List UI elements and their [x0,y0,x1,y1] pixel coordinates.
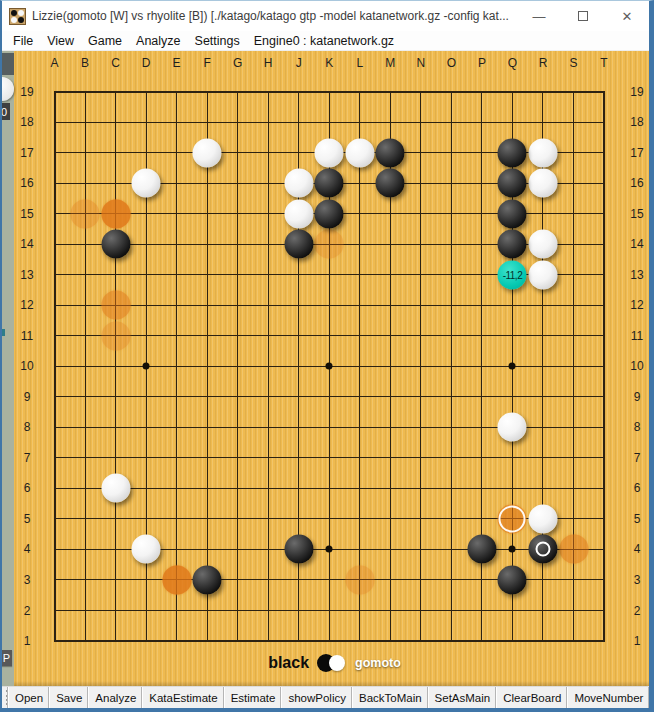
toolbar-button-clearboard[interactable]: ClearBoard [496,687,567,708]
board-area: 0 P ABCDEFGHJKLMNOPQRST19191818171716161… [2,51,649,686]
menu-bar: FileViewGameAnalyzeSettingsEngine0 : kat… [2,31,649,51]
coord-letter-top: R [539,56,548,70]
grid-hline [54,457,606,458]
app-window: Lizzie(gomoto [W] vs rhyolite [B]) [./ka… [0,0,654,712]
toolbar-button-analyze[interactable]: Analyze [88,687,142,708]
coord-letter-top: P [478,56,486,70]
candidate-hover-ring [499,505,526,532]
coord-letter-top: J [296,56,302,70]
coord-number-left: 1 [24,634,31,648]
menu-item-file[interactable]: File [6,34,40,48]
coord-number-left: 19 [20,85,33,99]
coord-letter-top: H [264,56,273,70]
white-stone[interactable] [101,474,130,503]
coord-number-left: 8 [24,420,31,434]
black-stone[interactable] [193,565,222,594]
star-point [326,363,333,370]
coord-number-right: 15 [630,207,643,221]
side-panel-fragment2 [2,329,5,336]
close-button[interactable]: ✕ [605,1,649,31]
coord-number-right: 17 [630,146,643,160]
menu-item-settings[interactable]: Settings [188,34,247,48]
candidate-move-circle[interactable] [101,321,130,350]
coord-letter-top: G [233,56,242,70]
black-stone[interactable] [284,230,313,259]
black-stone[interactable] [376,138,405,167]
app-icon [9,8,26,25]
black-stone[interactable] [498,138,527,167]
candidate-move-circle[interactable] [559,535,588,564]
coord-number-right: 10 [630,359,643,373]
coord-number-left: 18 [20,115,33,129]
toolbar-button-showpolicy[interactable]: showPolicy [281,687,352,708]
white-stone-icon [329,655,345,671]
last-move-marker [535,542,550,557]
black-stone[interactable] [284,535,313,564]
capture-count: 0 [2,103,10,120]
maximize-button[interactable] [561,1,605,31]
coord-letter-top: T [600,56,607,70]
player-toggle[interactable] [317,654,347,672]
coord-number-left: 2 [24,604,31,618]
coord-number-right: 12 [630,298,643,312]
grid-vline [420,91,421,643]
black-stone[interactable] [498,199,527,228]
coord-number-left: 15 [20,207,33,221]
coord-letter-top: K [325,56,333,70]
window-title: Lizzie(gomoto [W] vs rhyolite [B]) [./ka… [32,9,517,23]
coord-number-left: 9 [24,390,31,404]
candidate-move-circle[interactable] [71,199,100,228]
grid-hline [54,610,606,611]
white-stone[interactable] [132,169,161,198]
coord-number-left: 3 [24,573,31,587]
coord-letter-top: B [81,56,89,70]
black-stone[interactable] [315,169,344,198]
white-stone[interactable] [528,504,557,533]
side-panel-strip [2,51,14,686]
black-stone[interactable] [498,565,527,594]
toolbar-button-kataestimate[interactable]: KataEstimate [142,687,223,708]
black-stone[interactable] [315,199,344,228]
white-stone[interactable] [345,138,374,167]
white-stone[interactable] [528,169,557,198]
engine-name-label: gomoto [355,656,401,670]
grid-hline [54,396,606,397]
coord-letter-top: O [447,56,456,70]
to-move-label: black [268,654,309,672]
star-point [326,546,333,553]
coord-number-left: 12 [20,298,33,312]
coord-number-left: 16 [20,176,33,190]
white-stone[interactable] [284,199,313,228]
title-bar: Lizzie(gomoto [W] vs rhyolite [B]) [./ka… [2,1,649,31]
toolbar-button-backtomain[interactable]: BackToMain [352,687,428,708]
grid-vline [451,91,452,643]
grid-hline [54,640,606,642]
coord-number-left: 13 [20,268,33,282]
coord-letter-top: A [50,56,58,70]
star-point [143,363,150,370]
coord-number-right: 14 [630,237,643,251]
window-controls: — ✕ [517,1,649,31]
coord-number-right: 3 [634,573,641,587]
status-row: black gomoto [2,648,649,678]
menu-item-view[interactable]: View [40,34,81,48]
black-stone[interactable] [498,230,527,259]
coord-letter-top: D [142,56,151,70]
coord-number-left: 11 [21,329,33,343]
white-stone[interactable] [193,138,222,167]
coord-number-left: 14 [20,237,33,251]
coord-number-right: 9 [634,390,641,404]
coord-number-right: 18 [630,115,643,129]
white-stone[interactable] [498,413,527,442]
grid-vline [603,91,605,643]
coord-number-left: 6 [24,481,31,495]
coord-number-right: 16 [630,176,643,190]
coord-letter-top: F [203,56,210,70]
coord-number-right: 2 [634,604,641,618]
white-stone[interactable] [528,260,557,289]
coord-number-right: 6 [634,481,641,495]
side-panel-fragment [2,53,14,75]
side-panel-letter: P [2,650,12,666]
best-move-stone[interactable]: -11,2 [498,260,527,289]
coord-number-left: 4 [24,542,31,556]
bottom-toolbar: OpenSaveAnalyzeKataEstimateEstimateshowP… [2,686,649,708]
coord-letter-top: M [385,56,395,70]
toolbar-button-movenumber[interactable]: MoveNumber [567,687,649,708]
candidate-move-circle[interactable] [162,565,191,594]
toolbar-button-save[interactable]: Save [49,687,88,708]
coord-letter-top: C [111,56,120,70]
coord-number-right: 8 [634,420,641,434]
coord-letter-top: Q [508,56,517,70]
coord-number-right: 4 [634,542,641,556]
grid-vline [359,91,360,643]
star-point [509,546,516,553]
candidate-move-circle[interactable] [315,230,344,259]
white-stone[interactable] [315,138,344,167]
black-stone[interactable] [498,169,527,198]
coord-number-right: 11 [631,329,643,343]
grid-hline [54,488,606,489]
white-stone[interactable] [132,535,161,564]
white-stone[interactable] [284,169,313,198]
coord-letter-top: N [417,56,426,70]
candidate-move-circle[interactable] [101,199,130,228]
toolbar-button-open[interactable]: Open [8,687,49,708]
toolbar-button-estimate[interactable]: Estimate [224,687,282,708]
minimize-button[interactable]: — [517,1,561,31]
black-stone[interactable] [467,535,496,564]
coord-letter-top: L [356,56,363,70]
coord-letter-top: E [173,56,181,70]
menu-item-engine0[interactable]: Engine0 : katanetwork.gz [247,34,401,48]
menu-item-game[interactable]: Game [81,34,129,48]
black-stone[interactable] [376,169,405,198]
coord-number-right: 5 [634,512,641,526]
coord-number-right: 13 [630,268,643,282]
coord-number-left: 10 [20,359,33,373]
coord-number-left: 17 [20,146,33,160]
coord-number-right: 1 [634,634,641,648]
toolbar-button-setasmain[interactable]: SetAsMain [428,687,497,708]
coord-number-left: 7 [24,451,31,465]
white-stone[interactable] [528,230,557,259]
white-stone[interactable] [528,138,557,167]
go-board[interactable]: ABCDEFGHJKLMNOPQRST191918181717161615151… [2,51,649,686]
coord-number-right: 7 [634,451,641,465]
star-point [509,363,516,370]
menu-item-analyze[interactable]: Analyze [129,34,187,48]
coord-letter-top: S [569,56,577,70]
coord-number-left: 5 [24,512,31,526]
candidate-move-circle[interactable] [345,565,374,594]
black-stone[interactable] [101,230,130,259]
coord-number-right: 19 [630,85,643,99]
candidate-move-circle[interactable] [101,291,130,320]
maximize-icon [578,11,588,21]
